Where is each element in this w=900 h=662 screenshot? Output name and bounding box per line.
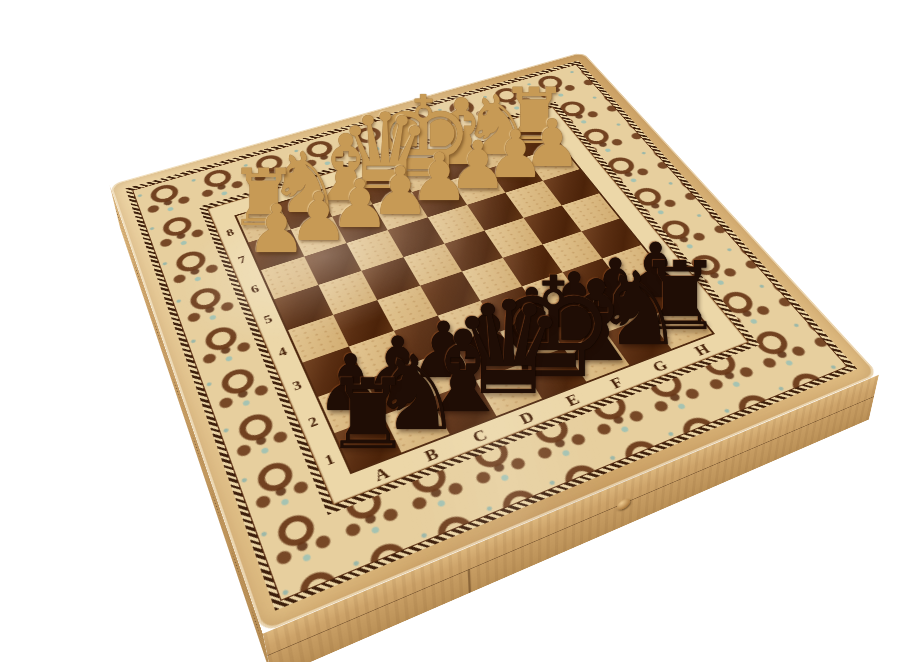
rank-label-5: 5 bbox=[262, 312, 275, 326]
rank-label-4: 4 bbox=[276, 344, 289, 359]
light-pawn-a7[interactable]: ♟ bbox=[246, 196, 306, 263]
chess-set-photo: 8A7B6C5D4E3F2G1H ♜♞♝♟♚♟♛♟♝♟♞♟♜♟♟♟♟♟♟♜♟♞♟… bbox=[0, 0, 900, 662]
rank-label-3: 3 bbox=[290, 378, 304, 394]
dark-rook-a1[interactable]: ♜ bbox=[324, 366, 411, 463]
rank-label-6: 6 bbox=[249, 282, 261, 295]
